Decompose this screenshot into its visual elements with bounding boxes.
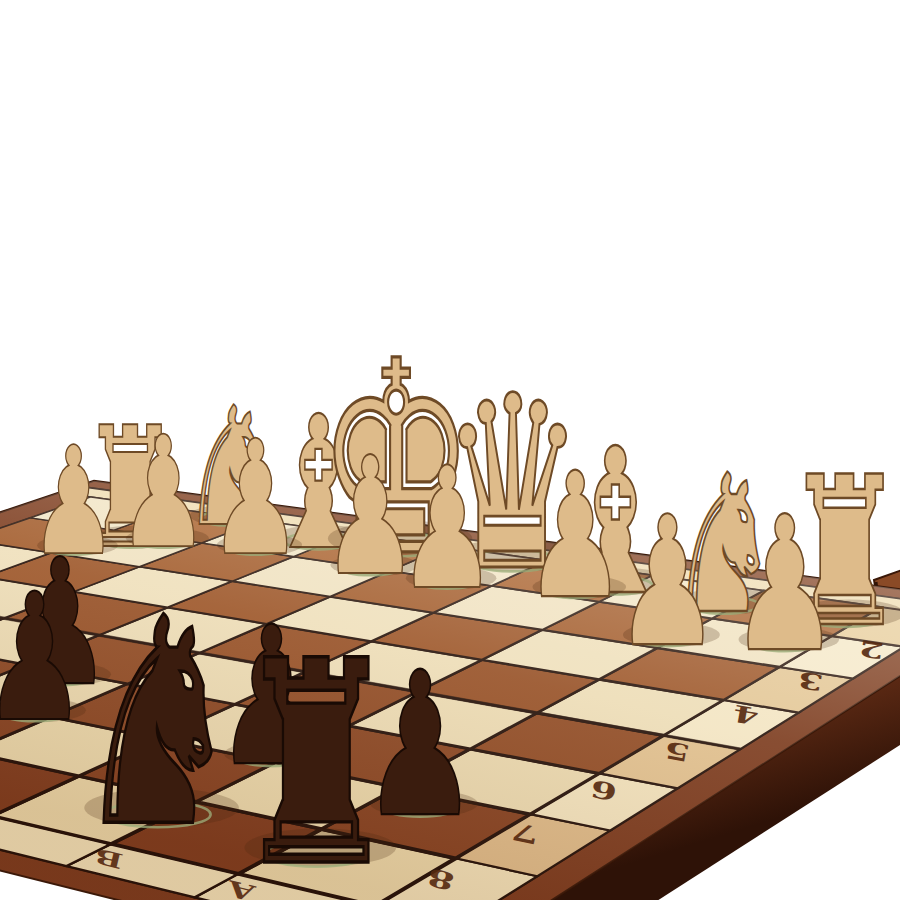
piece-white-pawn[interactable]: ♟ bbox=[397, 431, 496, 627]
rank-label-7: 7 bbox=[509, 816, 541, 849]
piece-white-pawn[interactable]: ♟ bbox=[614, 477, 720, 686]
piece-white-pawn[interactable]: ♟ bbox=[524, 435, 626, 637]
chessboard: 8765432AB♞♜♟♝♚♟♟♛♟♟♝♟♞♜♟♟♟♟♟♟♞♜ bbox=[0, 0, 900, 900]
rank-label-6: 6 bbox=[588, 775, 619, 807]
rank-label-4: 4 bbox=[731, 700, 761, 731]
piece-white-pawn[interactable]: ♟ bbox=[730, 476, 840, 692]
piece-group-d2: ♟ bbox=[397, 431, 496, 627]
piece-black-knight[interactable]: ♞ bbox=[73, 557, 242, 890]
piece-black-rook[interactable]: ♜ bbox=[233, 601, 399, 900]
piece-group-b8: ♞ bbox=[73, 557, 242, 890]
piece-group-b2: ♟ bbox=[614, 477, 720, 686]
rank-label-5: 5 bbox=[662, 736, 692, 767]
piece-group-c2: ♟ bbox=[524, 435, 626, 637]
chess-set-photo: 8765432AB♞♜♟♝♚♟♟♛♟♟♝♟♞♜♟♟♟♟♟♟♞♜ bbox=[0, 0, 900, 900]
piece-group-a2: ♟ bbox=[730, 476, 840, 692]
piece-group-a8: ♜ bbox=[233, 601, 399, 900]
